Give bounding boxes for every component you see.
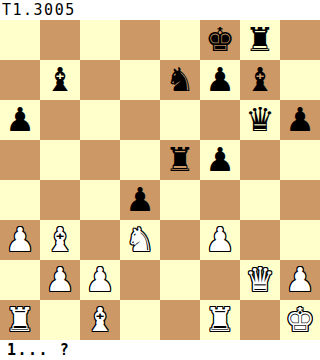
- piece-black-knight: ♞: [160, 60, 200, 100]
- piece-black-rook: ♜: [240, 20, 280, 60]
- square-f8[interactable]: ♚: [200, 20, 240, 60]
- square-d3[interactable]: ♞: [120, 220, 160, 260]
- piece-white-bishop: ♝: [40, 220, 80, 260]
- square-a7[interactable]: [0, 60, 40, 100]
- square-a2[interactable]: [0, 260, 40, 300]
- square-f5[interactable]: ♟: [200, 140, 240, 180]
- piece-white-pawn: ♟: [200, 220, 240, 260]
- piece-white-bishop: ♝: [80, 300, 120, 340]
- square-a8[interactable]: [0, 20, 40, 60]
- puzzle-title: T1.3005: [0, 0, 320, 20]
- piece-white-queen: ♛: [240, 260, 280, 300]
- square-f2[interactable]: [200, 260, 240, 300]
- square-e8[interactable]: [160, 20, 200, 60]
- square-c6[interactable]: [80, 100, 120, 140]
- chess-puzzle-app: T1.3005 ♚♜♝♞♟♝♟♛♟♜♟♟♟♝♞♟♟♟♛♟♜♝♜♚ 1... ?: [0, 0, 320, 360]
- square-d5[interactable]: [120, 140, 160, 180]
- piece-black-rook: ♜: [160, 140, 200, 180]
- piece-black-pawn: ♟: [120, 180, 160, 220]
- square-e3[interactable]: [160, 220, 200, 260]
- square-h3[interactable]: [280, 220, 320, 260]
- square-f3[interactable]: ♟: [200, 220, 240, 260]
- piece-white-rook: ♜: [0, 300, 40, 340]
- square-e7[interactable]: ♞: [160, 60, 200, 100]
- square-g8[interactable]: ♜: [240, 20, 280, 60]
- square-g7[interactable]: ♝: [240, 60, 280, 100]
- piece-black-bishop: ♝: [240, 60, 280, 100]
- square-g3[interactable]: [240, 220, 280, 260]
- piece-black-pawn: ♟: [280, 100, 320, 140]
- square-b1[interactable]: [40, 300, 80, 340]
- square-c1[interactable]: ♝: [80, 300, 120, 340]
- square-f1[interactable]: ♜: [200, 300, 240, 340]
- square-h5[interactable]: [280, 140, 320, 180]
- square-h7[interactable]: [280, 60, 320, 100]
- square-a4[interactable]: [0, 180, 40, 220]
- square-d8[interactable]: [120, 20, 160, 60]
- square-e1[interactable]: [160, 300, 200, 340]
- square-g6[interactable]: ♛: [240, 100, 280, 140]
- square-d6[interactable]: [120, 100, 160, 140]
- chess-board: ♚♜♝♞♟♝♟♛♟♜♟♟♟♝♞♟♟♟♛♟♜♝♜♚: [0, 20, 320, 340]
- square-c4[interactable]: [80, 180, 120, 220]
- square-d1[interactable]: [120, 300, 160, 340]
- square-a5[interactable]: [0, 140, 40, 180]
- piece-black-pawn: ♟: [0, 100, 40, 140]
- square-h1[interactable]: ♚: [280, 300, 320, 340]
- square-b5[interactable]: [40, 140, 80, 180]
- square-b4[interactable]: [40, 180, 80, 220]
- square-e5[interactable]: ♜: [160, 140, 200, 180]
- move-prompt: 1... ?: [0, 340, 320, 360]
- piece-black-queen: ♛: [240, 100, 280, 140]
- square-a6[interactable]: ♟: [0, 100, 40, 140]
- square-c8[interactable]: [80, 20, 120, 60]
- piece-white-king: ♚: [280, 300, 320, 340]
- piece-white-pawn: ♟: [280, 260, 320, 300]
- piece-white-rook: ♜: [200, 300, 240, 340]
- square-e2[interactable]: [160, 260, 200, 300]
- piece-black-king: ♚: [200, 20, 240, 60]
- piece-white-pawn: ♟: [40, 260, 80, 300]
- square-g2[interactable]: ♛: [240, 260, 280, 300]
- square-f4[interactable]: [200, 180, 240, 220]
- piece-white-pawn: ♟: [80, 260, 120, 300]
- square-b2[interactable]: ♟: [40, 260, 80, 300]
- square-a1[interactable]: ♜: [0, 300, 40, 340]
- square-b3[interactable]: ♝: [40, 220, 80, 260]
- square-c7[interactable]: [80, 60, 120, 100]
- square-b8[interactable]: [40, 20, 80, 60]
- square-d4[interactable]: ♟: [120, 180, 160, 220]
- square-f6[interactable]: [200, 100, 240, 140]
- square-b6[interactable]: [40, 100, 80, 140]
- square-c3[interactable]: [80, 220, 120, 260]
- square-h2[interactable]: ♟: [280, 260, 320, 300]
- square-d2[interactable]: [120, 260, 160, 300]
- square-g4[interactable]: [240, 180, 280, 220]
- piece-black-pawn: ♟: [200, 60, 240, 100]
- square-c5[interactable]: [80, 140, 120, 180]
- piece-white-knight: ♞: [120, 220, 160, 260]
- square-d7[interactable]: [120, 60, 160, 100]
- square-h6[interactable]: ♟: [280, 100, 320, 140]
- square-a3[interactable]: ♟: [0, 220, 40, 260]
- square-g1[interactable]: [240, 300, 280, 340]
- square-f7[interactable]: ♟: [200, 60, 240, 100]
- piece-black-pawn: ♟: [200, 140, 240, 180]
- piece-white-pawn: ♟: [0, 220, 40, 260]
- square-g5[interactable]: [240, 140, 280, 180]
- square-e4[interactable]: [160, 180, 200, 220]
- square-h4[interactable]: [280, 180, 320, 220]
- piece-black-bishop: ♝: [40, 60, 80, 100]
- square-h8[interactable]: [280, 20, 320, 60]
- square-b7[interactable]: ♝: [40, 60, 80, 100]
- square-e6[interactable]: [160, 100, 200, 140]
- square-c2[interactable]: ♟: [80, 260, 120, 300]
